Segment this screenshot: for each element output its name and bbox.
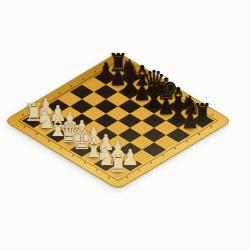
product-photo-scene: ♜♞♝♛♚♝♞♜♟♟♟♟♟♟♟♟♟♟♟♟♟♟♟♟♜♞♝♛♚♝♞♜: [0, 0, 250, 250]
border-dot: [186, 140, 189, 142]
piece-white-rook[interactable]: ♜: [104, 150, 133, 175]
chess-board: ♜♞♝♛♚♝♞♜♟♟♟♟♟♟♟♟♟♟♟♟♟♟♟♟♜♞♝♛♚♝♞♜: [22, 63, 214, 178]
square-h1[interactable]: ♜: [106, 164, 130, 178]
border-dot: [174, 147, 177, 149]
chess-board-mat: ♜♞♝♛♚♝♞♜♟♟♟♟♟♟♟♟♟♟♟♟♟♟♟♟♜♞♝♛♚♝♞♜: [3, 52, 232, 189]
border-dot: [150, 162, 153, 164]
border-dot: [162, 155, 165, 157]
